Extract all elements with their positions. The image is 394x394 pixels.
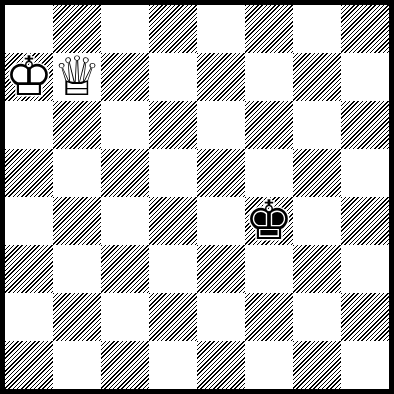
square-c4[interactable] (101, 197, 149, 245)
square-c1[interactable] (101, 341, 149, 389)
square-f7[interactable] (245, 53, 293, 101)
white-king-glyph: ♔ (5, 53, 53, 101)
square-b4[interactable] (53, 197, 101, 245)
square-d3[interactable] (149, 245, 197, 293)
square-g1[interactable] (293, 341, 341, 389)
square-e4[interactable] (197, 197, 245, 245)
square-g3[interactable] (293, 245, 341, 293)
square-g5[interactable] (293, 149, 341, 197)
square-g7[interactable] (293, 53, 341, 101)
white-queen-piece: ♛♕ (53, 53, 101, 101)
square-f6[interactable] (245, 101, 293, 149)
square-a5[interactable] (5, 149, 53, 197)
square-f8[interactable] (245, 5, 293, 53)
square-a7[interactable]: ♚♔ (5, 53, 53, 101)
square-d7[interactable] (149, 53, 197, 101)
square-b3[interactable] (53, 245, 101, 293)
square-d5[interactable] (149, 149, 197, 197)
square-e7[interactable] (197, 53, 245, 101)
chessboard: ♚♔♛♕♚♚ (0, 0, 394, 394)
square-e6[interactable] (197, 101, 245, 149)
square-f4[interactable]: ♚♚ (245, 197, 293, 245)
square-f2[interactable] (245, 293, 293, 341)
white-queen-silhouette: ♛ (53, 53, 101, 101)
square-a6[interactable] (5, 101, 53, 149)
square-g4[interactable] (293, 197, 341, 245)
square-h1[interactable] (341, 341, 389, 389)
square-e8[interactable] (197, 5, 245, 53)
square-a8[interactable] (5, 5, 53, 53)
square-d4[interactable] (149, 197, 197, 245)
board-grid: ♚♔♛♕♚♚ (5, 5, 389, 389)
square-h6[interactable] (341, 101, 389, 149)
square-h8[interactable] (341, 5, 389, 53)
square-a2[interactable] (5, 293, 53, 341)
square-d6[interactable] (149, 101, 197, 149)
square-c6[interactable] (101, 101, 149, 149)
square-b5[interactable] (53, 149, 101, 197)
square-h5[interactable] (341, 149, 389, 197)
black-king-glyph: ♚ (245, 197, 293, 245)
square-e1[interactable] (197, 341, 245, 389)
black-king-piece: ♚♚ (245, 197, 293, 245)
square-c3[interactable] (101, 245, 149, 293)
square-b1[interactable] (53, 341, 101, 389)
square-h4[interactable] (341, 197, 389, 245)
white-queen-glyph: ♕ (53, 53, 101, 101)
square-d2[interactable] (149, 293, 197, 341)
square-e3[interactable] (197, 245, 245, 293)
square-e5[interactable] (197, 149, 245, 197)
square-b8[interactable] (53, 5, 101, 53)
square-e2[interactable] (197, 293, 245, 341)
square-h7[interactable] (341, 53, 389, 101)
square-h2[interactable] (341, 293, 389, 341)
square-f1[interactable] (245, 341, 293, 389)
square-b7[interactable]: ♛♕ (53, 53, 101, 101)
square-c2[interactable] (101, 293, 149, 341)
square-a1[interactable] (5, 341, 53, 389)
square-c7[interactable] (101, 53, 149, 101)
white-king-silhouette: ♚ (5, 53, 53, 101)
square-g8[interactable] (293, 5, 341, 53)
square-d1[interactable] (149, 341, 197, 389)
square-g6[interactable] (293, 101, 341, 149)
square-g2[interactable] (293, 293, 341, 341)
square-c5[interactable] (101, 149, 149, 197)
square-a4[interactable] (5, 197, 53, 245)
square-d8[interactable] (149, 5, 197, 53)
white-king-piece: ♚♔ (5, 53, 53, 101)
square-h3[interactable] (341, 245, 389, 293)
square-a3[interactable] (5, 245, 53, 293)
square-f3[interactable] (245, 245, 293, 293)
square-f5[interactable] (245, 149, 293, 197)
square-c8[interactable] (101, 5, 149, 53)
square-b2[interactable] (53, 293, 101, 341)
black-king-silhouette: ♚ (245, 197, 293, 245)
square-b6[interactable] (53, 101, 101, 149)
